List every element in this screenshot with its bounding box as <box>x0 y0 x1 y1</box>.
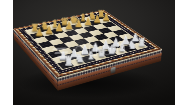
watermark-glyph <box>75 46 84 57</box>
watermark-glyph <box>117 43 126 54</box>
watermark-glyph <box>89 45 98 56</box>
watermark-glyph <box>103 44 112 55</box>
watermark-line <box>57 55 71 57</box>
latch-clasp-icon <box>110 67 115 74</box>
left-margin <box>0 0 13 105</box>
watermark-line <box>55 51 69 53</box>
photo-background: ♜♞♝♛♚♝♞♜♟♟♟♟♟♟♟♟♟♟♟♟♟♟♟♟♜♞♝♛♚♝♞♜ <box>13 0 175 105</box>
watermark-line <box>52 47 66 49</box>
screenshot-canvas: ♜♞♝♛♚♝♞♜♟♟♟♟♟♟♟♟♟♟♟♟♟♟♟♟♜♞♝♛♚♝♞♜ <box>0 0 175 105</box>
